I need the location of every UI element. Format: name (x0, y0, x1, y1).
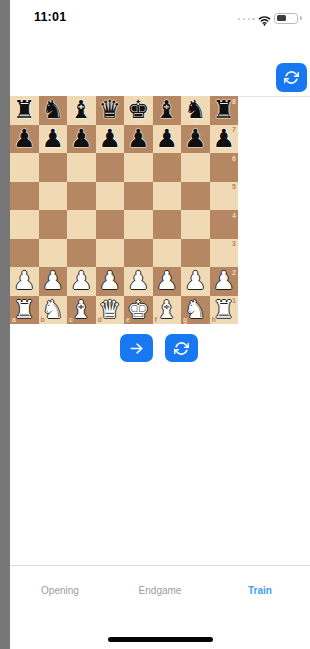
square-g5[interactable] (181, 182, 210, 211)
black-pawn-piece[interactable]: ♟ (156, 125, 178, 154)
square-f1[interactable]: ♝f (153, 296, 182, 325)
square-e5[interactable] (124, 182, 153, 211)
square-b6[interactable] (39, 153, 68, 182)
square-d5[interactable] (96, 182, 125, 211)
square-h1[interactable]: ♜1h (210, 296, 239, 325)
square-d6[interactable] (96, 153, 125, 182)
rank-label: 8 (232, 98, 236, 105)
square-c5[interactable] (67, 182, 96, 211)
status-bar: 11:01 (10, 0, 310, 32)
square-f6[interactable] (153, 153, 182, 182)
square-d8[interactable]: ♛ (96, 96, 125, 125)
square-f7[interactable]: ♟ (153, 125, 182, 154)
white-pawn-piece[interactable]: ♟ (184, 267, 206, 296)
battery-fill (277, 15, 287, 21)
square-c7[interactable]: ♟ (67, 125, 96, 154)
square-f3[interactable] (153, 239, 182, 268)
square-b2[interactable]: ♟ (39, 267, 68, 296)
square-a7[interactable]: ♟ (10, 125, 39, 154)
black-king-piece[interactable]: ♚ (127, 96, 149, 125)
black-knight-piece[interactable]: ♞ (42, 96, 64, 125)
square-c2[interactable]: ♟ (67, 267, 96, 296)
white-pawn-piece[interactable]: ♟ (13, 267, 35, 296)
square-h2[interactable]: ♟2 (210, 267, 239, 296)
black-rook-piece[interactable]: ♜ (13, 96, 35, 125)
reset-button[interactable] (165, 334, 198, 362)
black-pawn-piece[interactable]: ♟ (70, 125, 92, 154)
square-h3[interactable]: 3 (210, 239, 239, 268)
square-g2[interactable]: ♟ (181, 267, 210, 296)
flip-board-button[interactable] (276, 63, 307, 92)
file-label: d (98, 316, 102, 323)
square-c4[interactable] (67, 210, 96, 239)
square-a4[interactable] (10, 210, 39, 239)
square-h5[interactable]: 5 (210, 182, 239, 211)
file-label: g (183, 316, 187, 323)
square-e2[interactable]: ♟ (124, 267, 153, 296)
square-d2[interactable]: ♟ (96, 267, 125, 296)
square-g1[interactable]: ♞g (181, 296, 210, 325)
square-a1[interactable]: ♜a (10, 296, 39, 325)
square-b5[interactable] (39, 182, 68, 211)
wifi-icon (258, 13, 271, 24)
file-label: f (155, 316, 157, 323)
white-pawn-piece[interactable]: ♟ (99, 267, 121, 296)
square-a5[interactable] (10, 182, 39, 211)
tab-train[interactable]: Train (210, 566, 310, 649)
square-c8[interactable]: ♝ (67, 96, 96, 125)
battery-icon (274, 13, 298, 24)
square-h8[interactable]: ♜8 (210, 96, 239, 125)
black-pawn-piece[interactable]: ♟ (42, 125, 64, 154)
square-a8[interactable]: ♜ (10, 96, 39, 125)
white-knight-piece[interactable]: ♞ (184, 296, 206, 325)
square-d4[interactable] (96, 210, 125, 239)
white-pawn-piece[interactable]: ♟ (42, 267, 64, 296)
rank-label: 7 (232, 126, 236, 133)
black-pawn-piece[interactable]: ♟ (99, 125, 121, 154)
square-f5[interactable] (153, 182, 182, 211)
square-h6[interactable]: 6 (210, 153, 239, 182)
square-e4[interactable] (124, 210, 153, 239)
square-e6[interactable] (124, 153, 153, 182)
square-f8[interactable]: ♝ (153, 96, 182, 125)
square-h7[interactable]: ♟7 (210, 125, 239, 154)
cellular-signal-icon (238, 18, 255, 20)
square-b7[interactable]: ♟ (39, 125, 68, 154)
file-label: h (212, 316, 216, 323)
square-c1[interactable]: ♝c (67, 296, 96, 325)
black-knight-piece[interactable]: ♞ (184, 96, 206, 125)
home-indicator[interactable] (108, 637, 213, 642)
black-bishop-piece[interactable]: ♝ (70, 96, 92, 125)
square-a3[interactable] (10, 239, 39, 268)
square-g6[interactable] (181, 153, 210, 182)
square-g3[interactable] (181, 239, 210, 268)
black-pawn-piece[interactable]: ♟ (127, 125, 149, 154)
square-a6[interactable] (10, 153, 39, 182)
file-label: e (126, 316, 130, 323)
black-pawn-piece[interactable]: ♟ (184, 125, 206, 154)
white-pawn-piece[interactable]: ♟ (156, 267, 178, 296)
white-rook-piece[interactable]: ♜ (13, 296, 35, 325)
black-pawn-piece[interactable]: ♟ (13, 125, 35, 154)
square-e8[interactable]: ♚ (124, 96, 153, 125)
square-c6[interactable] (67, 153, 96, 182)
white-bishop-piece[interactable]: ♝ (70, 296, 92, 325)
tab-opening[interactable]: Opening (10, 566, 110, 649)
black-bishop-piece[interactable]: ♝ (156, 96, 178, 125)
square-h4[interactable]: 4 (210, 210, 239, 239)
rank-label: 3 (232, 240, 236, 247)
status-time: 11:01 (34, 10, 66, 24)
refresh-icon (284, 70, 299, 85)
square-b8[interactable]: ♞ (39, 96, 68, 125)
battery-nub (300, 16, 302, 20)
square-c3[interactable] (67, 239, 96, 268)
app-screen: 11:01 ♜♞♝♛♚♝♞♜8♟♟♟♟♟♟♟♟76543♟♟♟♟♟♟♟♟2♜a♞… (10, 0, 310, 649)
chess-board: ♜♞♝♛♚♝♞♜8♟♟♟♟♟♟♟♟76543♟♟♟♟♟♟♟♟2♜a♞b♝c♛d♚… (10, 96, 238, 324)
file-label: c (69, 316, 73, 323)
rank-label: 5 (232, 183, 236, 190)
rank-label: 4 (232, 212, 236, 219)
rank-label: 1 (232, 297, 236, 304)
refresh-icon (174, 341, 189, 356)
arrow-right-icon (129, 341, 144, 356)
file-label: b (41, 316, 45, 323)
square-b3[interactable] (39, 239, 68, 268)
square-e7[interactable]: ♟ (124, 125, 153, 154)
white-bishop-piece[interactable]: ♝ (156, 296, 178, 325)
rank-label: 2 (232, 269, 236, 276)
white-king-piece[interactable]: ♚ (127, 296, 149, 325)
white-queen-piece[interactable]: ♛ (99, 296, 121, 325)
rank-label: 6 (232, 155, 236, 162)
square-g4[interactable] (181, 210, 210, 239)
square-b4[interactable] (39, 210, 68, 239)
square-e3[interactable] (124, 239, 153, 268)
square-f2[interactable]: ♟ (153, 267, 182, 296)
file-label: a (12, 316, 16, 323)
white-knight-piece[interactable]: ♞ (42, 296, 64, 325)
white-pawn-piece[interactable]: ♟ (127, 267, 149, 296)
square-g7[interactable]: ♟ (181, 125, 210, 154)
square-a2[interactable]: ♟ (10, 267, 39, 296)
square-f4[interactable] (153, 210, 182, 239)
white-pawn-piece[interactable]: ♟ (70, 267, 92, 296)
square-d3[interactable] (96, 239, 125, 268)
square-g8[interactable]: ♞ (181, 96, 210, 125)
square-e1[interactable]: ♚e (124, 296, 153, 325)
black-queen-piece[interactable]: ♛ (99, 96, 121, 125)
square-b1[interactable]: ♞b (39, 296, 68, 325)
next-move-button[interactable] (120, 334, 153, 362)
square-d7[interactable]: ♟ (96, 125, 125, 154)
square-d1[interactable]: ♛d (96, 296, 125, 325)
